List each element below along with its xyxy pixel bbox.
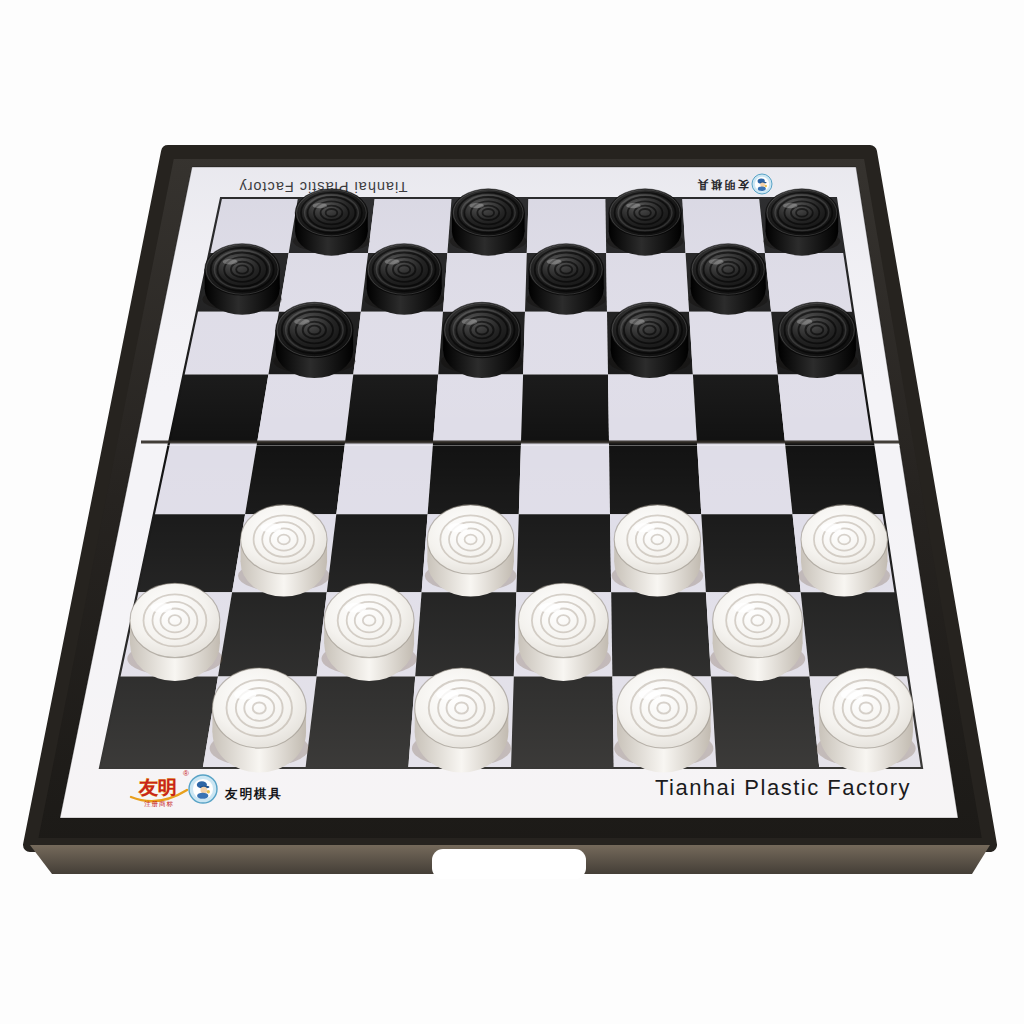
piece-black-r1c8[interactable]	[763, 189, 840, 256]
piece-white-r7c3[interactable]	[322, 583, 417, 681]
piece-black-r3c4[interactable]	[441, 302, 523, 378]
piece-black-r3c8[interactable]	[776, 302, 858, 378]
piece-white-r8c4[interactable]	[412, 668, 511, 772]
registered-trademark-icon: ®	[183, 769, 189, 778]
piece-white-r7c7[interactable]	[710, 583, 805, 681]
frame-finger-notch	[432, 849, 586, 879]
piece-black-r1c2[interactable]	[293, 189, 370, 256]
piece-white-r6c8[interactable]	[798, 505, 890, 597]
bottom-brand-chinese: 友明棋具	[224, 787, 283, 801]
piece-white-r6c6[interactable]	[612, 505, 704, 597]
piece-white-r6c2[interactable]	[238, 505, 330, 597]
product-photo: Tianhai Plastic Factory 友明棋具 友明 ® 注册商标 友…	[0, 0, 1024, 1024]
checkers-board-photo: Tianhai Plastic Factory 友明棋具 友明 ® 注册商标 友…	[0, 0, 1024, 1024]
piece-black-r2c5[interactable]	[526, 244, 606, 315]
piece-black-r1c6[interactable]	[607, 189, 684, 256]
piece-white-r8c2[interactable]	[210, 668, 309, 772]
brand-mascot-icon-top	[752, 174, 772, 194]
piece-white-r6c4[interactable]	[425, 505, 517, 597]
piece-black-r2c3[interactable]	[364, 244, 444, 315]
piece-white-r8c8[interactable]	[816, 668, 915, 772]
piece-black-r3c6[interactable]	[608, 302, 690, 378]
piece-black-r2c7[interactable]	[688, 244, 768, 315]
brand-logo-subtext: 注册商标	[144, 800, 174, 808]
piece-white-r8c6[interactable]	[614, 668, 713, 772]
piece-black-r1c4[interactable]	[450, 189, 527, 256]
brand-logo-text: 友明	[138, 777, 177, 798]
top-brand-chinese: 友明棋具	[695, 178, 750, 191]
piece-white-r7c5[interactable]	[516, 583, 611, 681]
piece-black-r3c2[interactable]	[273, 302, 355, 378]
piece-black-r2c1[interactable]	[202, 244, 282, 315]
bottom-brand-label: Tianhai Plastic Factory	[655, 775, 911, 800]
piece-white-r7c1[interactable]	[127, 583, 222, 681]
brand-mascot-icon-bottom	[189, 775, 217, 803]
